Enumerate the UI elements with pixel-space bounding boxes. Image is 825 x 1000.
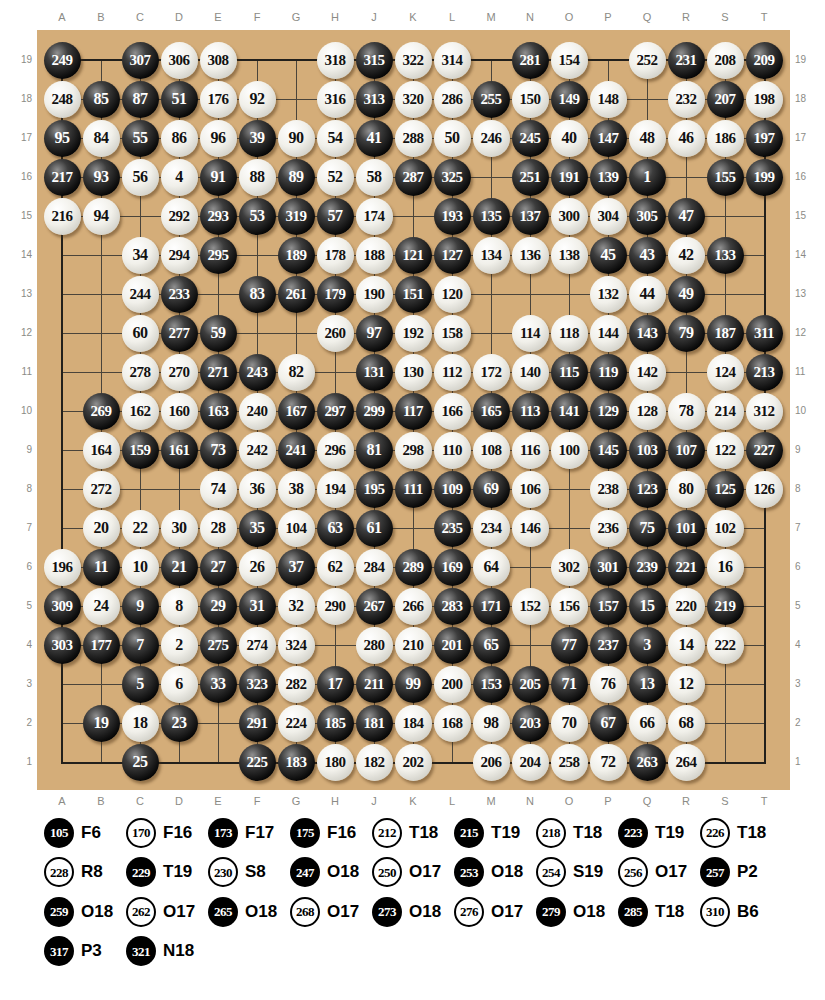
col-label-bottom-B: B (82, 795, 121, 807)
caption-stone-230: 230 (208, 857, 238, 887)
go-kifu-page: 2493073063083183153223142811542522312082… (0, 0, 825, 1000)
row-label-left-19: 19 (10, 54, 32, 65)
stone-M8: 69 (473, 471, 510, 508)
row-label-left-5: 5 (10, 600, 32, 611)
row-label-left-3: 3 (10, 678, 32, 689)
caption-point-223: T19 (655, 823, 684, 843)
stone-M11: 172 (473, 354, 510, 391)
stone-N5: 152 (512, 588, 549, 625)
stone-G16: 89 (278, 159, 315, 196)
stone-O3: 71 (551, 666, 588, 703)
stone-Q3: 13 (629, 666, 666, 703)
col-label-top-C: C (121, 11, 160, 23)
stone-P1: 72 (590, 744, 627, 781)
stone-F13: 83 (239, 276, 276, 313)
stone-N10: 113 (512, 393, 549, 430)
col-label-top-E: E (199, 11, 238, 23)
caption-stone-228: 228 (44, 857, 74, 887)
stone-C19: 307 (122, 42, 159, 79)
row-label-left-15: 15 (10, 210, 32, 221)
row-label-right-10: 10 (795, 405, 817, 416)
stone-J13: 190 (356, 276, 393, 313)
stone-M14: 134 (473, 237, 510, 274)
stone-Q11: 142 (629, 354, 666, 391)
stone-J10: 299 (356, 393, 393, 430)
stone-J18: 313 (356, 81, 393, 118)
col-label-bottom-E: E (199, 795, 238, 807)
stone-E7: 28 (200, 510, 237, 547)
stone-A17: 95 (44, 120, 81, 157)
row-label-right-11: 11 (795, 366, 817, 377)
stone-G1: 183 (278, 744, 315, 781)
col-label-bottom-K: K (394, 795, 433, 807)
stone-L14: 127 (434, 237, 471, 274)
stone-M5: 171 (473, 588, 510, 625)
stone-Q19: 252 (629, 42, 666, 79)
stone-G13: 261 (278, 276, 315, 313)
stone-R3: 12 (668, 666, 705, 703)
col-label-top-L: L (433, 11, 472, 23)
stone-D19: 306 (161, 42, 198, 79)
stone-O17: 40 (551, 120, 588, 157)
caption-point-173: F17 (245, 823, 274, 843)
caption-point-254: S19 (573, 862, 603, 882)
col-label-top-F: F (238, 11, 277, 23)
row-label-left-6: 6 (10, 561, 32, 572)
stone-E17: 96 (200, 120, 237, 157)
stone-C16: 56 (122, 159, 159, 196)
caption-point-310: B6 (737, 902, 759, 922)
stone-B6: 11 (83, 549, 120, 586)
caption-entry-212: 212T18 (372, 818, 454, 848)
stone-E9: 73 (200, 432, 237, 469)
stone-P2: 67 (590, 705, 627, 742)
stone-O6: 302 (551, 549, 588, 586)
col-label-top-M: M (472, 11, 511, 23)
stone-B4: 177 (83, 627, 120, 664)
col-label-bottom-C: C (121, 795, 160, 807)
stone-M6: 64 (473, 549, 510, 586)
stone-K2: 184 (395, 705, 432, 742)
stone-F2: 291 (239, 705, 276, 742)
stone-F6: 26 (239, 549, 276, 586)
stone-L5: 283 (434, 588, 471, 625)
caption-point-256: O17 (655, 862, 687, 882)
stone-B7: 20 (83, 510, 120, 547)
stone-G10: 167 (278, 393, 315, 430)
stone-K9: 298 (395, 432, 432, 469)
caption-point-257: P2 (737, 862, 758, 882)
stone-F3: 323 (239, 666, 276, 703)
stone-P10: 129 (590, 393, 627, 430)
row-label-left-4: 4 (10, 639, 32, 650)
stone-K3: 99 (395, 666, 432, 703)
stone-F1: 225 (239, 744, 276, 781)
stone-J4: 280 (356, 627, 393, 664)
stone-K5: 266 (395, 588, 432, 625)
stone-M4: 65 (473, 627, 510, 664)
stone-R2: 68 (668, 705, 705, 742)
stone-B2: 19 (83, 705, 120, 742)
stone-S10: 214 (707, 393, 744, 430)
caption-point-317: P3 (81, 941, 102, 961)
stone-J11: 131 (356, 354, 393, 391)
stone-E11: 271 (200, 354, 237, 391)
row-label-right-13: 13 (795, 288, 817, 299)
stone-P16: 139 (590, 159, 627, 196)
stone-M7: 234 (473, 510, 510, 547)
stone-C10: 162 (122, 393, 159, 430)
stone-S16: 155 (707, 159, 744, 196)
caption-entry-230: 230S8 (208, 857, 290, 887)
col-label-bottom-R: R (667, 795, 706, 807)
col-label-top-Q: Q (628, 11, 667, 23)
stone-A16: 217 (44, 159, 81, 196)
stone-D9: 161 (161, 432, 198, 469)
stone-J17: 41 (356, 120, 393, 157)
caption-entry-321: 321N18 (126, 936, 208, 966)
stone-H3: 17 (317, 666, 354, 703)
stone-O18: 149 (551, 81, 588, 118)
caption-row-2: 228R8229T19230S8247O18250O17253O18254S19… (44, 853, 804, 893)
caption-row-4: 317P3321N18 (44, 932, 804, 972)
stone-Q16: 1 (629, 159, 666, 196)
stone-T18: 198 (746, 81, 783, 118)
stone-S9: 122 (707, 432, 744, 469)
stone-F4: 274 (239, 627, 276, 664)
row-label-right-14: 14 (795, 249, 817, 260)
stone-Q10: 128 (629, 393, 666, 430)
stone-P12: 144 (590, 315, 627, 352)
caption-area: 105F6170F16173F17175F16212T18215T19218T1… (44, 813, 804, 971)
stone-R4: 14 (668, 627, 705, 664)
stone-M9: 108 (473, 432, 510, 469)
stone-O10: 141 (551, 393, 588, 430)
row-label-right-4: 4 (795, 639, 817, 650)
stone-S17: 186 (707, 120, 744, 157)
stone-Q9: 103 (629, 432, 666, 469)
stone-H9: 296 (317, 432, 354, 469)
stone-G14: 189 (278, 237, 315, 274)
stone-S19: 208 (707, 42, 744, 79)
stone-T17: 197 (746, 120, 783, 157)
stone-E16: 91 (200, 159, 237, 196)
stone-N12: 114 (512, 315, 549, 352)
caption-stone-170: 170 (126, 818, 156, 848)
stone-R7: 101 (668, 510, 705, 547)
stone-F9: 242 (239, 432, 276, 469)
stone-L3: 200 (434, 666, 471, 703)
caption-point-175: F16 (327, 823, 356, 843)
caption-point-285: T18 (655, 902, 684, 922)
stone-P7: 236 (590, 510, 627, 547)
row-label-left-11: 11 (10, 366, 32, 377)
caption-entry-175: 175F16 (290, 818, 372, 848)
stone-O2: 70 (551, 705, 588, 742)
stone-P18: 148 (590, 81, 627, 118)
stone-E10: 163 (200, 393, 237, 430)
caption-entry-268: 268O17 (290, 897, 372, 927)
stone-J16: 58 (356, 159, 393, 196)
caption-entry-276: 276O17 (454, 897, 536, 927)
caption-entry-257: 257P2 (700, 857, 782, 887)
stone-R18: 232 (668, 81, 705, 118)
col-label-bottom-N: N (511, 795, 550, 807)
stone-M18: 255 (473, 81, 510, 118)
stone-D4: 2 (161, 627, 198, 664)
caption-point-268: O17 (327, 902, 359, 922)
stone-B18: 85 (83, 81, 120, 118)
row-label-right-3: 3 (795, 678, 817, 689)
row-label-left-18: 18 (10, 93, 32, 104)
col-label-top-K: K (394, 11, 433, 23)
stone-J2: 181 (356, 705, 393, 742)
caption-entry-173: 173F17 (208, 818, 290, 848)
stone-G8: 38 (278, 471, 315, 508)
stone-P9: 145 (590, 432, 627, 469)
caption-stone-276: 276 (454, 897, 484, 927)
stone-Q6: 239 (629, 549, 666, 586)
col-label-bottom-G: G (277, 795, 316, 807)
stone-H17: 54 (317, 120, 354, 157)
stone-E18: 176 (200, 81, 237, 118)
stone-S14: 133 (707, 237, 744, 274)
stone-H18: 316 (317, 81, 354, 118)
caption-point-228: R8 (81, 862, 103, 882)
stone-M3: 153 (473, 666, 510, 703)
stone-L11: 112 (434, 354, 471, 391)
go-board: 2493073063083183153223142811542522312082… (0, 0, 825, 825)
stone-L15: 193 (434, 198, 471, 235)
stone-K14: 121 (395, 237, 432, 274)
stone-T11: 213 (746, 354, 783, 391)
caption-point-265: O18 (245, 902, 277, 922)
row-label-left-8: 8 (10, 483, 32, 494)
stone-O5: 156 (551, 588, 588, 625)
stone-J14: 188 (356, 237, 393, 274)
stone-O9: 100 (551, 432, 588, 469)
col-label-bottom-L: L (433, 795, 472, 807)
stone-R12: 79 (668, 315, 705, 352)
caption-stone-262: 262 (126, 897, 156, 927)
stone-Q13: 44 (629, 276, 666, 313)
stone-L12: 158 (434, 315, 471, 352)
stone-O19: 154 (551, 42, 588, 79)
caption-point-170: F16 (163, 823, 192, 843)
stone-N17: 245 (512, 120, 549, 157)
stone-N2: 203 (512, 705, 549, 742)
col-label-top-B: B (82, 11, 121, 23)
caption-point-273: O18 (409, 902, 441, 922)
col-label-bottom-J: J (355, 795, 394, 807)
stone-P8: 238 (590, 471, 627, 508)
caption-point-247: O18 (327, 862, 359, 882)
caption-stone-250: 250 (372, 857, 402, 887)
stone-K8: 111 (395, 471, 432, 508)
col-label-bottom-T: T (745, 795, 784, 807)
row-label-right-8: 8 (795, 483, 817, 494)
row-label-left-17: 17 (10, 132, 32, 143)
caption-entry-265: 265O18 (208, 897, 290, 927)
stone-H19: 318 (317, 42, 354, 79)
row-label-left-1: 1 (10, 756, 32, 767)
stone-R9: 107 (668, 432, 705, 469)
stone-O15: 300 (551, 198, 588, 235)
row-label-right-2: 2 (795, 717, 817, 728)
stone-Q4: 3 (629, 627, 666, 664)
stone-C7: 22 (122, 510, 159, 547)
stone-B16: 93 (83, 159, 120, 196)
caption-entry-105: 105F6 (44, 818, 126, 848)
stone-N3: 205 (512, 666, 549, 703)
stone-T19: 209 (746, 42, 783, 79)
row-label-right-7: 7 (795, 522, 817, 533)
stone-R17: 46 (668, 120, 705, 157)
stone-S12: 187 (707, 315, 744, 352)
stone-S8: 125 (707, 471, 744, 508)
stone-R1: 264 (668, 744, 705, 781)
caption-point-230: S8 (245, 862, 266, 882)
stone-C17: 55 (122, 120, 159, 157)
stone-D14: 294 (161, 237, 198, 274)
stone-Q8: 123 (629, 471, 666, 508)
stone-H15: 57 (317, 198, 354, 235)
stone-F17: 39 (239, 120, 276, 157)
caption-entry-226: 226T18 (700, 818, 782, 848)
stone-S11: 124 (707, 354, 744, 391)
stone-G11: 82 (278, 354, 315, 391)
stone-F7: 35 (239, 510, 276, 547)
stone-K18: 320 (395, 81, 432, 118)
stone-O14: 138 (551, 237, 588, 274)
stone-D18: 51 (161, 81, 198, 118)
caption-point-259: O18 (81, 902, 113, 922)
caption-stone-265: 265 (208, 897, 238, 927)
stone-O12: 118 (551, 315, 588, 352)
stone-E6: 27 (200, 549, 237, 586)
stone-Q15: 305 (629, 198, 666, 235)
stone-A19: 249 (44, 42, 81, 79)
caption-stone-247: 247 (290, 857, 320, 887)
stone-G9: 241 (278, 432, 315, 469)
caption-stone-268: 268 (290, 897, 320, 927)
col-label-top-P: P (589, 11, 628, 23)
stone-L8: 109 (434, 471, 471, 508)
row-label-right-18: 18 (795, 93, 817, 104)
stone-G4: 324 (278, 627, 315, 664)
stone-P13: 132 (590, 276, 627, 313)
stone-B8: 272 (83, 471, 120, 508)
col-label-top-H: H (316, 11, 355, 23)
stone-F10: 240 (239, 393, 276, 430)
stone-D13: 233 (161, 276, 198, 313)
stone-N8: 106 (512, 471, 549, 508)
caption-point-215: T19 (491, 823, 520, 843)
stone-C11: 278 (122, 354, 159, 391)
stone-R19: 231 (668, 42, 705, 79)
stone-F18: 92 (239, 81, 276, 118)
col-label-bottom-D: D (160, 795, 199, 807)
caption-stone-226: 226 (700, 818, 730, 848)
stone-F8: 36 (239, 471, 276, 508)
stone-E5: 29 (200, 588, 237, 625)
stone-F16: 88 (239, 159, 276, 196)
stone-J3: 211 (356, 666, 393, 703)
stone-T12: 311 (746, 315, 783, 352)
stone-P4: 237 (590, 627, 627, 664)
stone-J15: 174 (356, 198, 393, 235)
caption-point-250: O17 (409, 862, 441, 882)
caption-stone-279: 279 (536, 897, 566, 927)
stone-Q5: 15 (629, 588, 666, 625)
stone-J9: 81 (356, 432, 393, 469)
stone-E19: 308 (200, 42, 237, 79)
stone-D17: 86 (161, 120, 198, 157)
caption-entry-310: 310B6 (700, 897, 782, 927)
stone-K12: 192 (395, 315, 432, 352)
stone-D3: 6 (161, 666, 198, 703)
stone-B17: 84 (83, 120, 120, 157)
stone-N14: 136 (512, 237, 549, 274)
stone-L18: 286 (434, 81, 471, 118)
caption-stone-273: 273 (372, 897, 402, 927)
stone-R8: 80 (668, 471, 705, 508)
caption-stone-175: 175 (290, 818, 320, 848)
stone-J6: 284 (356, 549, 393, 586)
stone-C13: 244 (122, 276, 159, 313)
caption-entry-259: 259O18 (44, 897, 126, 927)
caption-stone-321: 321 (126, 936, 156, 966)
stone-D15: 292 (161, 198, 198, 235)
stone-P3: 76 (590, 666, 627, 703)
stone-N16: 251 (512, 159, 549, 196)
col-label-top-T: T (745, 11, 784, 23)
stone-Q2: 66 (629, 705, 666, 742)
caption-stone-257: 257 (700, 857, 730, 887)
row-label-right-6: 6 (795, 561, 817, 572)
col-label-bottom-A: A (43, 795, 82, 807)
row-label-left-13: 13 (10, 288, 32, 299)
stone-J8: 195 (356, 471, 393, 508)
col-label-bottom-S: S (706, 795, 745, 807)
stone-T8: 126 (746, 471, 783, 508)
stone-J19: 315 (356, 42, 393, 79)
stone-E4: 275 (200, 627, 237, 664)
stone-Q12: 143 (629, 315, 666, 352)
caption-point-262: O17 (163, 902, 195, 922)
col-label-bottom-H: H (316, 795, 355, 807)
stone-H5: 290 (317, 588, 354, 625)
stone-A18: 248 (44, 81, 81, 118)
caption-entry-170: 170F16 (126, 818, 208, 848)
col-label-top-R: R (667, 11, 706, 23)
row-label-right-5: 5 (795, 600, 817, 611)
row-label-right-16: 16 (795, 171, 817, 182)
stone-F5: 31 (239, 588, 276, 625)
stone-F15: 53 (239, 198, 276, 235)
stone-G2: 224 (278, 705, 315, 742)
stone-S6: 16 (707, 549, 744, 586)
row-label-right-1: 1 (795, 756, 817, 767)
caption-stone-317: 317 (44, 936, 74, 966)
stone-N1: 204 (512, 744, 549, 781)
stone-N9: 116 (512, 432, 549, 469)
caption-stone-223: 223 (618, 818, 648, 848)
row-label-left-12: 12 (10, 327, 32, 338)
stone-H8: 194 (317, 471, 354, 508)
stone-C12: 60 (122, 315, 159, 352)
stone-L9: 110 (434, 432, 471, 469)
